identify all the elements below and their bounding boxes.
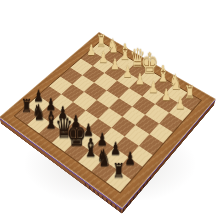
black-pawn-icon: ♟: [61, 114, 90, 131]
black-pawn-icon: ♟: [114, 150, 145, 168]
black-pawn-icon: ♟: [100, 141, 130, 158]
black-bishop-icon: ♝: [75, 135, 105, 160]
black-bishop-icon: ♝: [37, 108, 66, 132]
black-pawn-icon: ♟: [74, 122, 103, 139]
black-knight-icon: ♞: [89, 147, 120, 170]
black-rook-icon: ♜: [103, 160, 134, 180]
chess-set-photo: ♜♞♝♛♚♝♞♜♟♟♟♟♟♟♟♟♟♟♟♟♟♟♟♟♜♞♝♛♚♝♞♜: [0, 0, 220, 220]
black-king-icon: ♚: [62, 119, 92, 151]
black-queen-icon: ♛: [49, 113, 78, 141]
black-pawn-icon: ♟: [87, 131, 117, 148]
